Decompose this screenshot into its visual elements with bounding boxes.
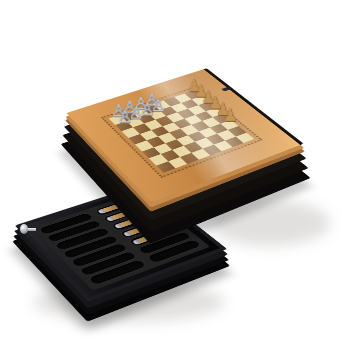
drawer-slot-left-4 [63,235,119,258]
square-g1[interactable] [225,136,244,147]
knob-tip-icon [20,224,28,234]
latch-icon [221,86,233,91]
board-grid: ♙♙♙♙♟♙♙♙♙♟♟♟♟♟ [109,90,255,173]
drawer-slot-left-6 [79,251,136,276]
square-a7[interactable]: ♙ [115,121,133,131]
chess-piece-wood[interactable]: ♟ [221,105,239,125]
drawer-body [15,184,227,302]
drawer-ground-shadow [34,282,224,322]
drawer-slot-right-7 [147,240,202,264]
chess-piece-silver[interactable]: ♙ [116,107,134,127]
board-playing-area: ♙♙♙♙♟♙♙♙♙♟♟♟♟♟ [101,86,263,178]
board-frame: ♙♙♙♙♟♙♙♙♙♟♟♟♟♟ [66,68,303,202]
drawer-slot-left-7 [88,260,146,285]
piece-drawer[interactable] [15,184,227,302]
case-ground-shadow [210,200,330,246]
drawer-foam-insert [31,191,210,290]
drawer-knob[interactable] [18,221,40,237]
drawer-slot-left-5 [71,243,128,267]
product-scene: ♙♙♙♙♟♙♙♙♙♟♟♟♟♟ [0,0,350,350]
knob-stem-icon [27,228,36,231]
chess-board-case: ♙♙♙♙♟♙♙♙♙♟♟♟♟♟ [66,68,303,202]
